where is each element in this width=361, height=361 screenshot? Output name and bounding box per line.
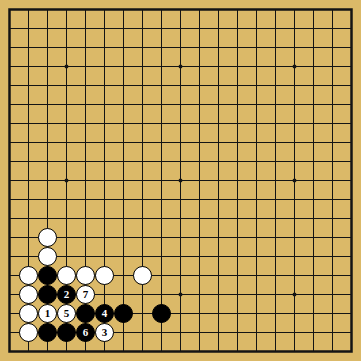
- move-number-label: 7: [83, 289, 89, 300]
- move-number-label: 1: [45, 308, 51, 319]
- stone-black: [114, 304, 133, 323]
- stone-white: [95, 266, 114, 285]
- stone-white: [38, 228, 57, 247]
- stone-black-move-6: 6: [76, 323, 95, 342]
- stone-white: [57, 266, 76, 285]
- move-number-label: 2: [64, 289, 70, 300]
- move-number-label: 6: [83, 327, 89, 338]
- stones-layer: 2715463: [0, 0, 361, 361]
- stone-white-move-5: 5: [57, 304, 76, 323]
- move-number-label: 5: [64, 308, 70, 319]
- move-number-label: 4: [102, 308, 108, 319]
- stone-black: [38, 323, 57, 342]
- stone-black-move-2: 2: [57, 285, 76, 304]
- stone-white: [19, 266, 38, 285]
- stone-black: [57, 323, 76, 342]
- stone-black: [38, 266, 57, 285]
- stone-white: [19, 285, 38, 304]
- stone-white: [76, 266, 95, 285]
- stone-white-move-1: 1: [38, 304, 57, 323]
- stone-white: [19, 304, 38, 323]
- stone-black: [152, 304, 171, 323]
- stone-white-move-7: 7: [76, 285, 95, 304]
- go-board: 2715463: [0, 0, 361, 361]
- stone-white-move-3: 3: [95, 323, 114, 342]
- move-number-label: 3: [102, 327, 108, 338]
- stone-white: [38, 247, 57, 266]
- stone-black: [38, 285, 57, 304]
- stone-white: [133, 266, 152, 285]
- stone-black-move-4: 4: [95, 304, 114, 323]
- stone-black: [76, 304, 95, 323]
- stone-white: [19, 323, 38, 342]
